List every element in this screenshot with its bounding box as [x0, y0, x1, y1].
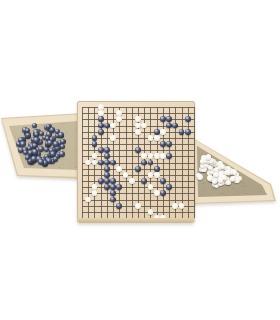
- black-stone: [141, 160, 147, 166]
- white-stone: [154, 135, 160, 141]
- white-stone: [98, 110, 104, 116]
- white-stone: [129, 178, 135, 184]
- black-stone: [116, 184, 122, 190]
- white-stone: [148, 135, 154, 141]
- white-stone: [141, 153, 147, 159]
- black-stone: [110, 197, 116, 203]
- black-stone: [110, 184, 116, 190]
- black-stone: [166, 153, 172, 159]
- white-stone: [92, 190, 98, 196]
- black-stone: [104, 147, 110, 153]
- black-stone: [104, 160, 110, 166]
- black-stone: [110, 160, 116, 166]
- black-stone: [160, 116, 166, 122]
- black-stone: [166, 123, 172, 129]
- white-stone: [172, 203, 178, 209]
- go-set-photo: [0, 0, 280, 320]
- white-stone: [135, 203, 141, 209]
- white-stone: [135, 129, 141, 135]
- white-stone: [154, 153, 160, 159]
- black-stone: [166, 184, 172, 190]
- black-stone: [98, 147, 104, 153]
- black-stone: [104, 178, 110, 184]
- black-stone: [185, 116, 191, 122]
- white-stone: [110, 135, 116, 141]
- black-stone: [104, 166, 110, 172]
- black-stone: [154, 166, 160, 172]
- black-stone: [104, 123, 110, 129]
- black-stone: [135, 147, 141, 153]
- white-stone: [135, 123, 141, 129]
- white-stone: [154, 190, 160, 196]
- white-stone: [148, 153, 154, 159]
- black-stone: [98, 123, 104, 129]
- white-stone: [116, 116, 122, 122]
- white-stone: [148, 209, 154, 215]
- white-stone: [179, 203, 185, 209]
- black-stone: [166, 116, 172, 122]
- white-stone: [85, 197, 91, 203]
- black-stone: [98, 178, 104, 184]
- white-stone: [148, 184, 154, 190]
- black-stone: [135, 166, 141, 172]
- board-bottom-edge: [77, 218, 195, 223]
- black-stone: [160, 141, 166, 147]
- black-stone: [141, 178, 147, 184]
- black-stone: [104, 184, 110, 190]
- board-surface: [77, 101, 195, 219]
- black-stone: [92, 135, 98, 141]
- white-stone: [141, 123, 147, 129]
- black-stone: [154, 129, 160, 135]
- white-stone: [135, 116, 141, 122]
- black-stone: [98, 129, 104, 135]
- black-stone: [104, 172, 110, 178]
- white-stone: [116, 166, 122, 172]
- white-stone: [160, 153, 166, 159]
- white-stone: [92, 160, 98, 166]
- black-stone: [166, 141, 172, 147]
- black-stone: [160, 178, 166, 184]
- black-stone: [110, 190, 116, 196]
- black-stone: [92, 141, 98, 147]
- white-stone: [92, 184, 98, 190]
- white-stone: [154, 172, 160, 178]
- black-stone: [98, 160, 104, 166]
- black-stone: [185, 129, 191, 135]
- black-stone: [116, 203, 122, 209]
- go-board: [77, 101, 195, 224]
- black-stone: [98, 116, 104, 122]
- black-stone: [104, 153, 110, 159]
- black-stone: [110, 178, 116, 184]
- black-stone: [172, 123, 178, 129]
- white-stone: [116, 110, 122, 116]
- white-stone: [98, 104, 104, 110]
- white-stone: [85, 160, 91, 166]
- black-stone: [148, 160, 154, 166]
- white-stone: [160, 129, 166, 135]
- black-stone: [160, 190, 166, 196]
- white-stone: [110, 123, 116, 129]
- white-stone: [123, 172, 129, 178]
- black-stone: [179, 129, 185, 135]
- white-stone: [92, 153, 98, 159]
- white-stone: [148, 172, 154, 178]
